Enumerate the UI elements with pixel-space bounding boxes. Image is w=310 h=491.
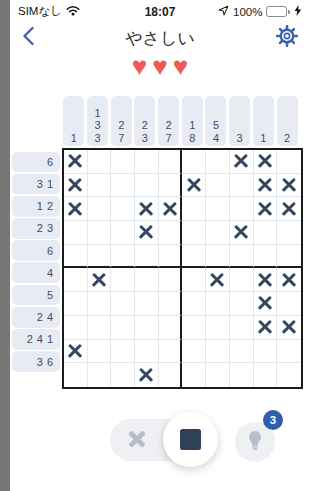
grid-cell[interactable] (88, 268, 112, 292)
battery-icon (266, 6, 290, 17)
cross-mode-button[interactable] (123, 425, 151, 453)
grid-cell[interactable] (182, 340, 206, 364)
row-clue: 31 (12, 174, 60, 195)
grid-cell[interactable] (254, 150, 278, 174)
grid-cell[interactable] (111, 340, 135, 364)
grid-cell[interactable] (88, 245, 112, 269)
grid-cell[interactable] (277, 150, 301, 174)
grid-cell[interactable] (135, 292, 159, 316)
grid-cell[interactable] (254, 268, 278, 292)
grid-cell[interactable] (230, 174, 254, 198)
grid-cell[interactable] (230, 268, 254, 292)
grid-cell[interactable] (88, 197, 112, 221)
column-clue: 1 (253, 96, 274, 146)
page-title: やさしい (10, 27, 310, 50)
grid-cell[interactable] (64, 292, 88, 316)
grid-cell[interactable] (182, 363, 206, 387)
grid-cell[interactable] (230, 150, 254, 174)
row-clue: 12 (12, 196, 60, 217)
grid-cell[interactable] (206, 197, 230, 221)
carrier-label: SIMなし (18, 4, 62, 19)
column-clue: 23 (134, 96, 155, 146)
row-clue: 24 (12, 307, 60, 328)
grid-cell[interactable] (159, 221, 183, 245)
grid-cell[interactable] (64, 245, 88, 269)
grid-cell[interactable] (88, 150, 112, 174)
grid-cell[interactable] (206, 268, 230, 292)
nonogram-board (62, 148, 303, 389)
row-clue: 36 (12, 351, 60, 372)
x-mark (88, 268, 111, 291)
gear-icon[interactable] (275, 24, 299, 48)
column-clue: 27 (158, 96, 179, 146)
grid-cell[interactable] (206, 150, 230, 174)
x-mark (254, 197, 277, 220)
row-clue: 5 (12, 285, 60, 306)
x-mark (135, 363, 158, 387)
grid-cell[interactable] (111, 268, 135, 292)
x-mark (254, 292, 277, 315)
grid-cell[interactable] (277, 340, 301, 364)
grid-cell[interactable] (254, 316, 278, 340)
grid-cell[interactable] (230, 221, 254, 245)
grid-cell[interactable] (111, 221, 135, 245)
x-mark (254, 268, 277, 291)
grid-cell[interactable] (135, 340, 159, 364)
heart-icon: ♥ (152, 51, 167, 81)
grid-cell[interactable] (230, 245, 254, 269)
grid-cell[interactable] (206, 316, 230, 340)
column-clue: 1 (63, 96, 84, 146)
fill-mode-button[interactable] (163, 412, 218, 467)
fill-square-icon (180, 429, 201, 450)
grid-cell[interactable] (277, 268, 301, 292)
grid-cell[interactable] (64, 316, 88, 340)
grid-cell[interactable] (135, 316, 159, 340)
row-clue: 6 (12, 152, 60, 173)
row-clue: 6 (12, 240, 60, 261)
x-mark (135, 197, 158, 220)
grid-cell[interactable] (111, 292, 135, 316)
x-mark (159, 197, 181, 220)
grid-cell[interactable] (277, 316, 301, 340)
grid-cell[interactable] (182, 245, 206, 269)
mode-toggle[interactable] (110, 419, 215, 461)
grid-cell[interactable] (111, 174, 135, 198)
grid-cell[interactable] (88, 340, 112, 364)
grid-cell[interactable] (230, 316, 254, 340)
hint-count-badge: 3 (263, 410, 283, 430)
grid-cell[interactable] (88, 316, 112, 340)
column-clue: 2 (277, 96, 298, 146)
column-clue: 3 (229, 96, 250, 146)
battery-percent-label: 100% (233, 6, 262, 18)
x-mark (277, 174, 301, 197)
grid-cell[interactable] (206, 292, 230, 316)
grid-cell[interactable] (159, 316, 183, 340)
grid-cell[interactable] (254, 363, 278, 387)
x-mark (135, 221, 158, 244)
x-mark (64, 174, 87, 197)
grid-cell[interactable] (135, 197, 159, 221)
grid-cell[interactable] (182, 150, 206, 174)
nav-bar: やさしい (10, 20, 310, 52)
x-mark (64, 197, 87, 220)
grid-cell[interactable] (254, 174, 278, 198)
grid-cell[interactable] (88, 221, 112, 245)
grid-cell[interactable] (277, 197, 301, 221)
grid-cell[interactable] (135, 174, 159, 198)
grid-cell[interactable] (135, 268, 159, 292)
grid-cell[interactable] (64, 174, 88, 198)
x-mark (64, 150, 87, 173)
grid-cell[interactable] (111, 150, 135, 174)
grid-cell[interactable] (182, 268, 206, 292)
grid-cell[interactable] (64, 363, 88, 387)
x-mark (230, 150, 253, 173)
grid-cell[interactable] (88, 174, 112, 198)
grid-cell[interactable] (64, 268, 88, 292)
grid-cell[interactable] (182, 221, 206, 245)
grid-cell[interactable] (230, 197, 254, 221)
grid-cell[interactable] (159, 174, 183, 198)
x-mark (277, 316, 301, 339)
location-arrow-icon (218, 5, 229, 18)
x-mark (254, 316, 277, 339)
heart-icon: ♥ (173, 51, 188, 81)
wifi-icon (66, 5, 80, 18)
lightbulb-icon (245, 429, 265, 455)
grid-cell[interactable] (159, 363, 183, 387)
column-clue: 27 (111, 96, 132, 146)
grid-cell[interactable] (88, 292, 112, 316)
grid-cell[interactable] (206, 363, 230, 387)
row-clue: 241 (12, 329, 60, 350)
grid-cell[interactable] (254, 221, 278, 245)
grid-cell[interactable] (277, 221, 301, 245)
grid-cell[interactable] (111, 363, 135, 387)
grid-cell[interactable] (277, 292, 301, 316)
x-mark (206, 268, 229, 291)
grid-cell[interactable] (159, 150, 183, 174)
grid-cell[interactable] (254, 292, 278, 316)
grid-cell[interactable] (182, 174, 206, 198)
grid-cell[interactable] (230, 340, 254, 364)
lives: ♥♥♥ (10, 52, 310, 82)
column-clues: 11332723271854312 (62, 96, 299, 146)
grid-cell[interactable] (159, 292, 183, 316)
charging-bolt-icon (294, 5, 302, 18)
x-mark (254, 174, 277, 197)
grid-cell[interactable] (230, 292, 254, 316)
row-clues: 63112236452424136 (12, 150, 60, 373)
grid-cell[interactable] (182, 197, 206, 221)
grid-cell[interactable] (206, 340, 230, 364)
row-clue: 23 (12, 218, 60, 239)
x-mark (230, 221, 253, 244)
grid-cell[interactable] (206, 245, 230, 269)
x-mark (254, 150, 277, 173)
grid-cell[interactable] (159, 268, 183, 292)
grid-cell[interactable] (254, 245, 278, 269)
x-mark (277, 197, 301, 220)
heart-icon: ♥ (132, 51, 147, 81)
grid-cell[interactable] (88, 363, 112, 387)
grid-cell[interactable] (111, 316, 135, 340)
grid-cell[interactable] (64, 221, 88, 245)
app-screen: 18:07 SIMなし 100% やさしい (10, 0, 310, 491)
grid-cell[interactable] (64, 150, 88, 174)
status-bar: 18:07 SIMなし 100% (10, 0, 310, 20)
grid-cell[interactable] (135, 245, 159, 269)
grid-cell[interactable] (159, 340, 183, 364)
column-clue: 133 (87, 96, 108, 146)
grid-cell[interactable] (277, 363, 301, 387)
row-clue: 4 (12, 262, 60, 283)
grid-cell[interactable] (64, 197, 88, 221)
grid-cell[interactable] (159, 197, 183, 221)
grid-cell[interactable] (111, 245, 135, 269)
grid-cell[interactable] (64, 340, 88, 364)
x-mark (277, 268, 301, 291)
grid-cell[interactable] (277, 174, 301, 198)
grid-cell[interactable] (182, 292, 206, 316)
grid-cell[interactable] (135, 221, 159, 245)
x-mark (64, 340, 87, 363)
grid-cell[interactable] (182, 316, 206, 340)
grid-cell[interactable] (111, 197, 135, 221)
grid-cell[interactable] (277, 245, 301, 269)
grid-cell[interactable] (254, 197, 278, 221)
column-clue: 18 (182, 96, 203, 146)
grid-cell[interactable] (135, 363, 159, 387)
grid-cell[interactable] (159, 245, 183, 269)
grid-cell[interactable] (254, 340, 278, 364)
grid-cell[interactable] (206, 221, 230, 245)
grid-cell[interactable] (135, 150, 159, 174)
grid-cell[interactable] (206, 174, 230, 198)
x-mark (182, 174, 205, 197)
grid-cell[interactable] (230, 363, 254, 387)
column-clue: 54 (205, 96, 226, 146)
